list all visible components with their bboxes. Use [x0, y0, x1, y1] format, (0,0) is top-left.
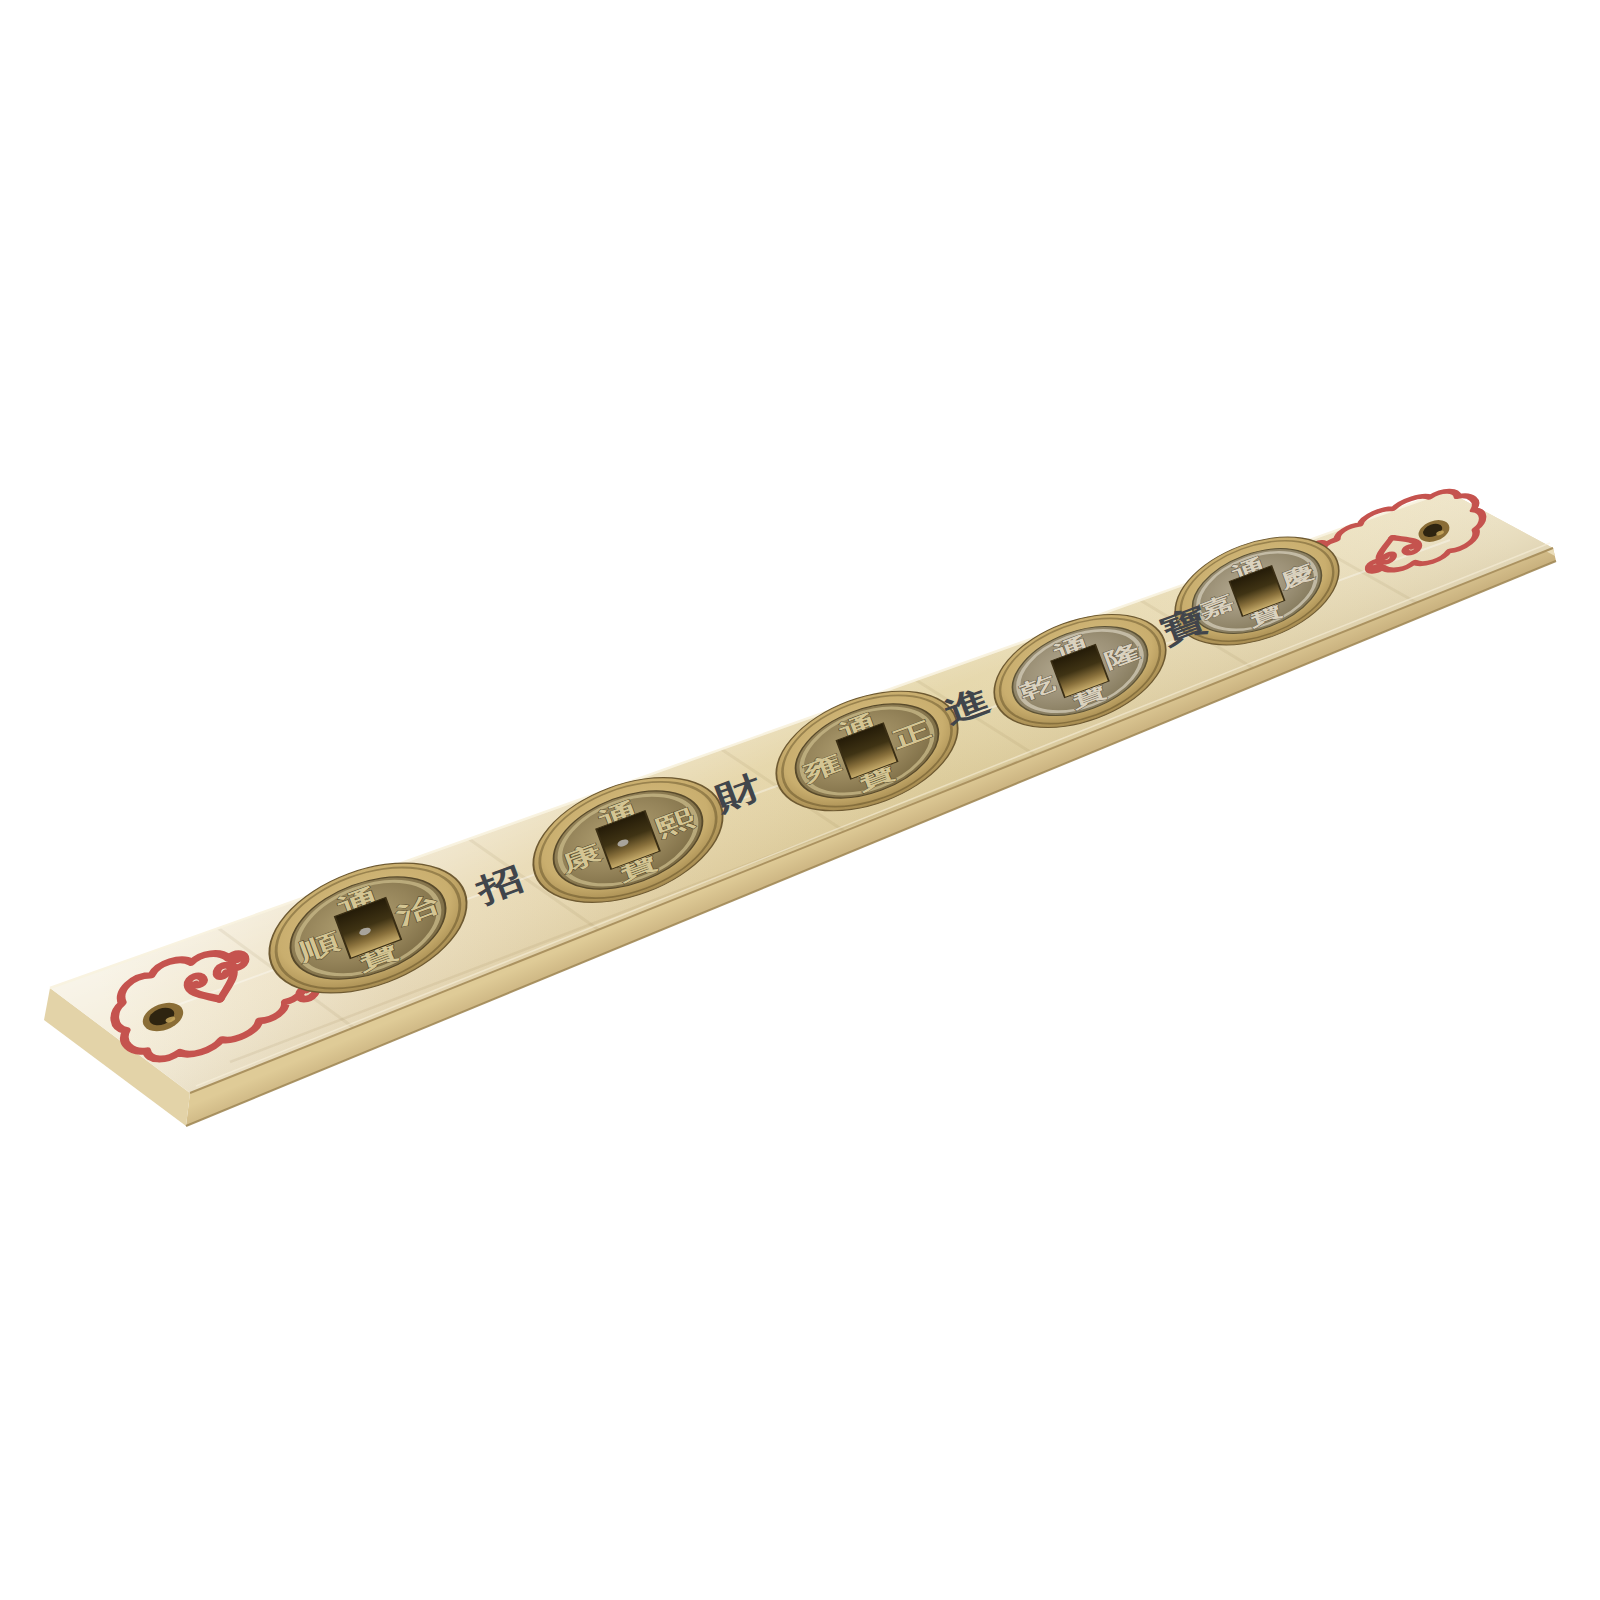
strip-face-bottom-chamfer: [196, 543, 1550, 1086]
strip-bottom-edge-face: [186, 548, 1556, 1126]
strip-edge-bottom-boundary: [186, 561, 1556, 1126]
strip-face-bottom-boundary: [190, 548, 1553, 1093]
product-photo: 順 通 治 寶 康 通 熙 寶 雍 通 正 寶 乾 通 隆: [0, 0, 1600, 1600]
five-coin-bar-illustration: 順 通 治 寶 康 通 熙 寶 雍 通 正 寶 乾 通 隆: [0, 0, 1600, 1600]
